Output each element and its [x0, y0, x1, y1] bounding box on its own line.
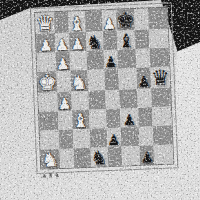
square-e8: ♟: [102, 10, 117, 32]
square-d3: [89, 109, 107, 129]
square-a1: ♞: [41, 149, 61, 169]
square-c1: [73, 148, 91, 168]
square-g2: [139, 126, 154, 146]
square-a6: [37, 52, 57, 72]
square-h6: [150, 48, 170, 68]
square-a8: ♛: [35, 12, 55, 34]
square-h3: [152, 107, 172, 127]
square-c6: [69, 51, 87, 71]
square-b5: [56, 71, 71, 93]
square-f6: [117, 49, 137, 69]
square-d1: ♞: [90, 147, 108, 167]
square-d2: [89, 128, 107, 148]
piece-wQ-a8: ♛: [35, 13, 55, 35]
piece-wB-c8: ♝: [68, 14, 86, 34]
square-b2: [59, 130, 74, 150]
square-f4: [119, 89, 139, 109]
piece-bK-f8: ♚: [116, 10, 136, 32]
piece-bP-g1: ♟: [140, 150, 154, 166]
square-b3: [58, 111, 73, 131]
square-c8: ♝: [68, 11, 86, 33]
square-a2: [40, 130, 60, 150]
piece-bB-f7: ♝: [117, 31, 135, 51]
square-e6: ♟: [103, 50, 118, 70]
square-g8: [134, 8, 149, 30]
square-f3: ♟: [119, 108, 139, 128]
square-f2: [120, 127, 140, 147]
square-d7: ♞: [86, 31, 104, 51]
square-a4: [38, 92, 58, 112]
square-d5: [87, 69, 105, 91]
square-a3: [39, 111, 59, 131]
piece-bQ-h5: ♛: [151, 68, 171, 90]
piece-wN-c5: ♞: [70, 73, 88, 93]
chess-board: ♛♝♟♚♟♟♟♞♝♟♟♚♞♟♛♟♝♟♟♞♞♟: [34, 7, 174, 170]
square-g4: [138, 88, 153, 108]
square-d8: [85, 10, 103, 32]
square-h2: [153, 126, 173, 146]
square-g7: [135, 29, 150, 49]
square-h4: [151, 88, 171, 108]
photo-scene: ♛♝♟♚♟♟♟♞♝♟♟♚♞♟♛♟♝♟♟♞♞♟ ♟♜♞: [0, 0, 200, 200]
square-a5: ♚: [37, 71, 57, 93]
square-d4: [88, 90, 106, 110]
square-h1: [154, 145, 174, 165]
square-b8: [54, 12, 69, 34]
square-f7: ♝: [116, 30, 136, 50]
square-f8: ♚: [116, 9, 136, 31]
square-e7: [103, 31, 118, 51]
piece-wK-a5: ♚: [37, 72, 57, 94]
square-c3: ♝: [72, 110, 90, 130]
square-g1: ♟: [140, 145, 155, 165]
square-g3: [138, 107, 153, 127]
square-h7: [149, 29, 169, 49]
square-c5: ♞: [70, 70, 88, 92]
square-e3: [106, 109, 121, 129]
square-e1: [107, 147, 122, 167]
square-b1: [59, 149, 74, 169]
square-b7: ♟: [55, 33, 70, 53]
square-c2: [72, 129, 90, 149]
square-b4: ♟: [57, 92, 72, 112]
square-e5: [104, 69, 119, 91]
piece-bN-d1: ♞: [90, 148, 108, 168]
square-g5: ♟: [137, 67, 152, 89]
square-b6: ♟: [55, 52, 70, 72]
board-area: ♛♝♟♚♟♟♟♞♝♟♟♚♞♟♛♟♝♟♟♞♞♟ ♟♜♞: [34, 7, 172, 168]
square-a7: ♟: [36, 33, 56, 53]
square-c7: ♟: [68, 32, 86, 52]
square-c4: [71, 91, 89, 111]
square-d6: [86, 50, 104, 70]
piece-wB-c3: ♝: [72, 111, 90, 131]
square-e2: ♟: [106, 128, 121, 148]
square-f1: [121, 146, 141, 166]
square-e4: [105, 90, 120, 110]
square-g6: [136, 48, 151, 68]
square-h8: [148, 8, 168, 30]
square-f5: [118, 68, 138, 90]
square-h5: ♛: [150, 67, 170, 89]
piece-bN-d7: ♞: [86, 32, 104, 52]
piece-wN-a1: ♞: [41, 150, 59, 170]
